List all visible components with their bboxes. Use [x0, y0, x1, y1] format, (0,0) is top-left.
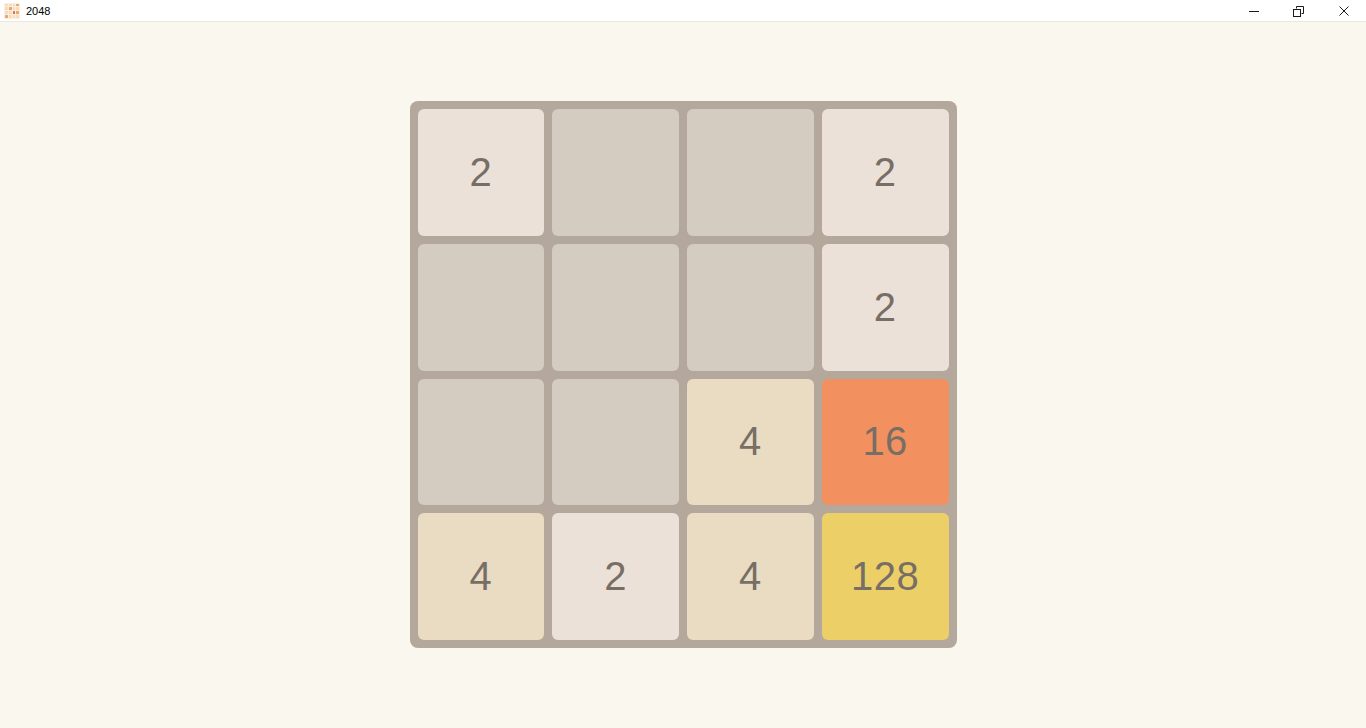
cell-r2c1-empty: [418, 244, 545, 371]
cell-r4c3-tile-4: 4: [687, 513, 814, 640]
cell-r4c1-tile-4: 4: [418, 513, 545, 640]
game-area: 222416424128: [0, 22, 1366, 727]
restore-icon: [1293, 6, 1304, 17]
cell-r3c1-empty: [418, 379, 545, 506]
cell-r1c3-empty: [687, 109, 814, 236]
caption-buttons: [1231, 0, 1366, 22]
cell-r4c2-tile-2: 2: [552, 513, 679, 640]
app-icon: [4, 3, 20, 19]
close-button[interactable]: [1321, 0, 1366, 22]
cell-r4c4-tile-128: 128: [822, 513, 949, 640]
window-title: 2048: [26, 0, 50, 22]
cell-r2c3-empty: [687, 244, 814, 371]
minimize-button[interactable]: [1231, 0, 1276, 22]
cell-r1c1-tile-2: 2: [418, 109, 545, 236]
cell-r3c3-tile-4: 4: [687, 379, 814, 506]
close-icon: [1339, 6, 1349, 16]
minimize-icon: [1249, 6, 1259, 16]
cell-r1c2-empty: [552, 109, 679, 236]
cell-r2c2-empty: [552, 244, 679, 371]
board: 222416424128: [410, 101, 957, 648]
restore-button[interactable]: [1276, 0, 1321, 22]
titlebar[interactable]: 2048: [0, 0, 1366, 22]
cell-r2c4-tile-2: 2: [822, 244, 949, 371]
cell-r1c4-tile-2: 2: [822, 109, 949, 236]
cell-r3c4-tile-16: 16: [822, 379, 949, 506]
cell-r3c2-empty: [552, 379, 679, 506]
